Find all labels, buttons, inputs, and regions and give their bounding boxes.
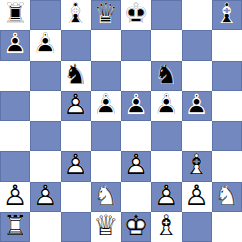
white-king-piece: ♚♔ bbox=[121, 212, 151, 242]
black-pawn-piece: ♟♙ bbox=[0, 30, 30, 60]
black-rook-piece: ♜♖ bbox=[0, 0, 30, 30]
square-f5[interactable]: ♟♙ bbox=[151, 91, 181, 121]
white-pawn-piece: ♟♙ bbox=[0, 182, 30, 212]
square-g8[interactable] bbox=[182, 0, 212, 30]
square-b2[interactable]: ♟♙ bbox=[30, 182, 60, 212]
black-pawn-outline: ♙ bbox=[0, 31, 30, 59]
square-a3[interactable] bbox=[0, 151, 30, 181]
white-pawn-outline: ♙ bbox=[121, 152, 151, 180]
square-d7[interactable] bbox=[91, 30, 121, 60]
square-c8[interactable]: ♝♗ bbox=[61, 0, 91, 30]
square-e2[interactable] bbox=[121, 182, 151, 212]
square-e4[interactable] bbox=[121, 121, 151, 151]
square-f2[interactable]: ♟♙ bbox=[151, 182, 181, 212]
square-e6[interactable] bbox=[121, 61, 151, 91]
black-pawn-piece: ♟♙ bbox=[30, 30, 60, 60]
square-e8[interactable]: ♚♔ bbox=[121, 0, 151, 30]
square-d2[interactable]: ♞♘ bbox=[91, 182, 121, 212]
square-f1[interactable]: ♝♗ bbox=[151, 212, 181, 242]
black-pawn-outline: ♙ bbox=[151, 91, 181, 119]
square-c6[interactable]: ♞♘ bbox=[61, 61, 91, 91]
black-pawn-outline: ♙ bbox=[91, 91, 121, 119]
square-f8[interactable] bbox=[151, 0, 181, 30]
black-pawn-piece: ♟♙ bbox=[151, 91, 181, 121]
square-h7[interactable] bbox=[212, 30, 242, 60]
square-h1[interactable] bbox=[212, 212, 242, 242]
white-knight-outline: ♘ bbox=[91, 182, 121, 210]
square-g3[interactable]: ♝♗ bbox=[182, 151, 212, 181]
white-king-outline: ♔ bbox=[121, 212, 151, 240]
square-g4[interactable] bbox=[182, 121, 212, 151]
black-king-outline: ♔ bbox=[121, 0, 151, 28]
white-pawn-piece: ♟♙ bbox=[61, 151, 91, 181]
white-pawn-outline: ♙ bbox=[182, 182, 212, 210]
black-bishop-piece: ♝♗ bbox=[212, 0, 242, 30]
square-b6[interactable] bbox=[30, 61, 60, 91]
black-knight-outline: ♘ bbox=[151, 61, 181, 89]
white-bishop-outline: ♗ bbox=[151, 212, 181, 240]
square-f6[interactable]: ♞♘ bbox=[151, 61, 181, 91]
white-knight-piece: ♞♘ bbox=[91, 182, 121, 212]
white-rook-piece: ♜♖ bbox=[0, 212, 30, 242]
square-b8[interactable] bbox=[30, 0, 60, 30]
black-pawn-piece: ♟♙ bbox=[121, 91, 151, 121]
black-knight-outline: ♘ bbox=[61, 61, 91, 89]
square-d5[interactable]: ♟♙ bbox=[91, 91, 121, 121]
square-h4[interactable] bbox=[212, 121, 242, 151]
white-bishop-piece: ♝♗ bbox=[151, 212, 181, 242]
white-pawn-piece: ♟♙ bbox=[121, 151, 151, 181]
white-pawn-outline: ♙ bbox=[30, 182, 60, 210]
white-pawn-piece: ♟♙ bbox=[30, 182, 60, 212]
square-d4[interactable] bbox=[91, 121, 121, 151]
square-h3[interactable] bbox=[212, 151, 242, 181]
square-f7[interactable] bbox=[151, 30, 181, 60]
white-queen-outline: ♕ bbox=[91, 212, 121, 240]
black-bishop-outline: ♗ bbox=[61, 0, 91, 28]
white-rook-outline: ♖ bbox=[0, 212, 30, 240]
black-pawn-outline: ♙ bbox=[121, 91, 151, 119]
square-c3[interactable]: ♟♙ bbox=[61, 151, 91, 181]
square-g1[interactable] bbox=[182, 212, 212, 242]
black-bishop-piece: ♝♗ bbox=[61, 0, 91, 30]
square-f4[interactable] bbox=[151, 121, 181, 151]
black-rook-outline: ♖ bbox=[0, 0, 30, 28]
square-b7[interactable]: ♟♙ bbox=[30, 30, 60, 60]
square-g2[interactable]: ♟♙ bbox=[182, 182, 212, 212]
square-a7[interactable]: ♟♙ bbox=[0, 30, 30, 60]
square-f3[interactable] bbox=[151, 151, 181, 181]
white-pawn-piece: ♟♙ bbox=[151, 182, 181, 212]
white-bishop-piece: ♝♗ bbox=[182, 151, 212, 181]
square-g7[interactable] bbox=[182, 30, 212, 60]
square-b5[interactable] bbox=[30, 91, 60, 121]
black-queen-outline: ♕ bbox=[91, 0, 121, 28]
square-b4[interactable] bbox=[30, 121, 60, 151]
white-pawn-outline: ♙ bbox=[0, 182, 30, 210]
square-h5[interactable] bbox=[212, 91, 242, 121]
black-knight-piece: ♞♘ bbox=[151, 61, 181, 91]
square-e5[interactable]: ♟♙ bbox=[121, 91, 151, 121]
square-c4[interactable] bbox=[61, 121, 91, 151]
square-d1[interactable]: ♛♕ bbox=[91, 212, 121, 242]
white-pawn-piece: ♟♙ bbox=[61, 91, 91, 121]
square-d3[interactable] bbox=[91, 151, 121, 181]
square-c2[interactable] bbox=[61, 182, 91, 212]
square-a6[interactable] bbox=[0, 61, 30, 91]
square-a1[interactable]: ♜♖ bbox=[0, 212, 30, 242]
square-c1[interactable] bbox=[61, 212, 91, 242]
white-knight-outline: ♘ bbox=[212, 182, 242, 210]
square-a5[interactable] bbox=[0, 91, 30, 121]
white-knight-piece: ♞♘ bbox=[212, 182, 242, 212]
square-d8[interactable]: ♛♕ bbox=[91, 0, 121, 30]
square-h6[interactable] bbox=[212, 61, 242, 91]
square-c7[interactable] bbox=[61, 30, 91, 60]
square-e1[interactable]: ♚♔ bbox=[121, 212, 151, 242]
black-pawn-outline: ♙ bbox=[30, 31, 60, 59]
square-g6[interactable] bbox=[182, 61, 212, 91]
black-bishop-outline: ♗ bbox=[212, 0, 242, 28]
white-pawn-outline: ♙ bbox=[151, 182, 181, 210]
square-g5[interactable]: ♟♙ bbox=[182, 91, 212, 121]
chess-board: ♜♖♝♗♛♕♚♔♝♗♟♙♟♙♞♘♞♘♟♙♟♙♟♙♟♙♟♙♟♙♟♙♝♗♟♙♟♙♞♘… bbox=[0, 0, 242, 242]
square-e7[interactable] bbox=[121, 30, 151, 60]
white-pawn-outline: ♙ bbox=[61, 91, 91, 119]
square-a4[interactable] bbox=[0, 121, 30, 151]
black-knight-piece: ♞♘ bbox=[61, 61, 91, 91]
square-c5[interactable]: ♟♙ bbox=[61, 91, 91, 121]
white-pawn-piece: ♟♙ bbox=[182, 182, 212, 212]
black-king-piece: ♚♔ bbox=[121, 0, 151, 30]
black-pawn-outline: ♙ bbox=[182, 91, 212, 119]
white-queen-piece: ♛♕ bbox=[91, 212, 121, 242]
square-a8[interactable]: ♜♖ bbox=[0, 0, 30, 30]
white-bishop-outline: ♗ bbox=[182, 152, 212, 180]
square-h8[interactable]: ♝♗ bbox=[212, 0, 242, 30]
black-pawn-piece: ♟♙ bbox=[91, 91, 121, 121]
black-pawn-piece: ♟♙ bbox=[182, 91, 212, 121]
square-b3[interactable] bbox=[30, 151, 60, 181]
square-a2[interactable]: ♟♙ bbox=[0, 182, 30, 212]
black-queen-piece: ♛♕ bbox=[91, 0, 121, 30]
square-h2[interactable]: ♞♘ bbox=[212, 182, 242, 212]
white-pawn-outline: ♙ bbox=[61, 152, 91, 180]
square-e3[interactable]: ♟♙ bbox=[121, 151, 151, 181]
square-d6[interactable] bbox=[91, 61, 121, 91]
square-b1[interactable] bbox=[30, 212, 60, 242]
